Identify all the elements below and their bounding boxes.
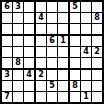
cell-r5c8[interactable]: 4 xyxy=(81,47,91,57)
cell-r6c7[interactable] xyxy=(69,58,80,68)
cell-r2c3[interactable] xyxy=(24,13,34,23)
cell-r4c1[interactable] xyxy=(2,35,12,46)
cell-r6c2[interactable]: 8 xyxy=(13,58,23,68)
cell-r4c3[interactable] xyxy=(24,35,34,46)
cell-r6c3[interactable] xyxy=(24,58,34,68)
cell-r9c7[interactable] xyxy=(69,92,80,102)
cell-r8c6[interactable] xyxy=(58,81,68,91)
cell-r6c6[interactable] xyxy=(58,58,68,68)
cell-r5c2[interactable] xyxy=(13,47,23,57)
cell-r1c4[interactable] xyxy=(35,2,46,12)
cell-r6c9[interactable] xyxy=(92,58,102,68)
cell-r5c6[interactable] xyxy=(58,47,68,57)
cell-r3c8[interactable] xyxy=(81,24,91,34)
cell-r3c4[interactable] xyxy=(35,24,46,34)
cell-r7c9[interactable] xyxy=(92,69,102,80)
cell-r3c5[interactable] xyxy=(47,24,57,34)
cell-r7c4[interactable]: 2 xyxy=(35,69,46,80)
cell-r8c1[interactable] xyxy=(2,81,12,91)
cell-r2c1[interactable] xyxy=(2,13,12,23)
cell-r9c3[interactable] xyxy=(24,92,34,102)
cell-r1c7[interactable]: 5 xyxy=(69,2,80,12)
cell-r2c8[interactable] xyxy=(81,13,91,23)
cell-r4c6[interactable]: 1 xyxy=(58,35,68,46)
cell-r5c7[interactable] xyxy=(69,47,80,57)
cell-r7c3[interactable]: 4 xyxy=(24,69,34,80)
cell-r1c2[interactable]: 3 xyxy=(13,2,23,12)
cell-r4c8[interactable] xyxy=(81,35,91,46)
cell-r8c3[interactable] xyxy=(24,81,34,91)
cell-r2c7[interactable] xyxy=(69,13,80,23)
cell-r2c4[interactable]: 4 xyxy=(35,13,46,23)
cell-r5c4[interactable] xyxy=(35,47,46,57)
cell-r2c6[interactable] xyxy=(58,13,68,23)
cell-r7c7[interactable] xyxy=(69,69,80,80)
cell-r6c1[interactable] xyxy=(2,58,12,68)
cell-r8c8[interactable] xyxy=(81,81,91,91)
cell-r3c1[interactable] xyxy=(2,24,12,34)
cell-r1c8[interactable] xyxy=(81,2,91,12)
cell-r7c6[interactable] xyxy=(58,69,68,80)
cell-r4c5[interactable]: 6 xyxy=(47,35,57,46)
cell-r5c9[interactable]: 2 xyxy=(92,47,102,57)
cell-r2c5[interactable] xyxy=(47,13,57,23)
cell-r8c9[interactable] xyxy=(92,81,102,91)
cell-r9c2[interactable] xyxy=(13,92,23,102)
cell-r9c5[interactable] xyxy=(47,92,57,102)
cell-r5c5[interactable] xyxy=(47,47,57,57)
cell-r3c2[interactable] xyxy=(13,24,23,34)
cell-r6c4[interactable] xyxy=(35,58,46,68)
cell-r9c8[interactable]: 1 xyxy=(81,92,91,102)
cell-r9c6[interactable] xyxy=(58,92,68,102)
cell-r9c4[interactable] xyxy=(35,92,46,102)
cell-r2c2[interactable] xyxy=(13,13,23,23)
cell-r7c2[interactable] xyxy=(13,69,23,80)
cell-r6c8[interactable] xyxy=(81,58,91,68)
cell-r7c8[interactable] xyxy=(81,69,91,80)
cell-r3c9[interactable] xyxy=(92,24,102,34)
cell-r5c3[interactable] xyxy=(24,47,34,57)
cell-r1c5[interactable] xyxy=(47,2,57,12)
cell-r6c5[interactable] xyxy=(47,58,57,68)
cell-r7c1[interactable]: 3 xyxy=(2,69,12,80)
cell-r1c9[interactable] xyxy=(92,2,102,12)
cell-r1c1[interactable]: 6 xyxy=(2,2,12,12)
cell-r8c5[interactable]: 5 xyxy=(47,81,57,91)
cell-r5c1[interactable] xyxy=(2,47,12,57)
cell-r2c9[interactable]: 8 xyxy=(92,13,102,23)
sudoku-board: 63548614283425871 xyxy=(0,0,104,104)
cell-r4c2[interactable] xyxy=(13,35,23,46)
cell-r4c4[interactable] xyxy=(35,35,46,46)
cell-r3c7[interactable] xyxy=(69,24,80,34)
cell-r4c9[interactable] xyxy=(92,35,102,46)
cell-r8c7[interactable]: 8 xyxy=(69,81,80,91)
cell-r1c3[interactable] xyxy=(24,2,34,12)
cell-r8c4[interactable] xyxy=(35,81,46,91)
cell-r4c7[interactable] xyxy=(69,35,80,46)
cell-r3c6[interactable] xyxy=(58,24,68,34)
cell-r8c2[interactable] xyxy=(13,81,23,91)
cell-r1c6[interactable] xyxy=(58,2,68,12)
cell-r3c3[interactable] xyxy=(24,24,34,34)
cell-r9c9[interactable] xyxy=(92,92,102,102)
cell-r7c5[interactable] xyxy=(47,69,57,80)
cell-r9c1[interactable]: 7 xyxy=(2,92,12,102)
